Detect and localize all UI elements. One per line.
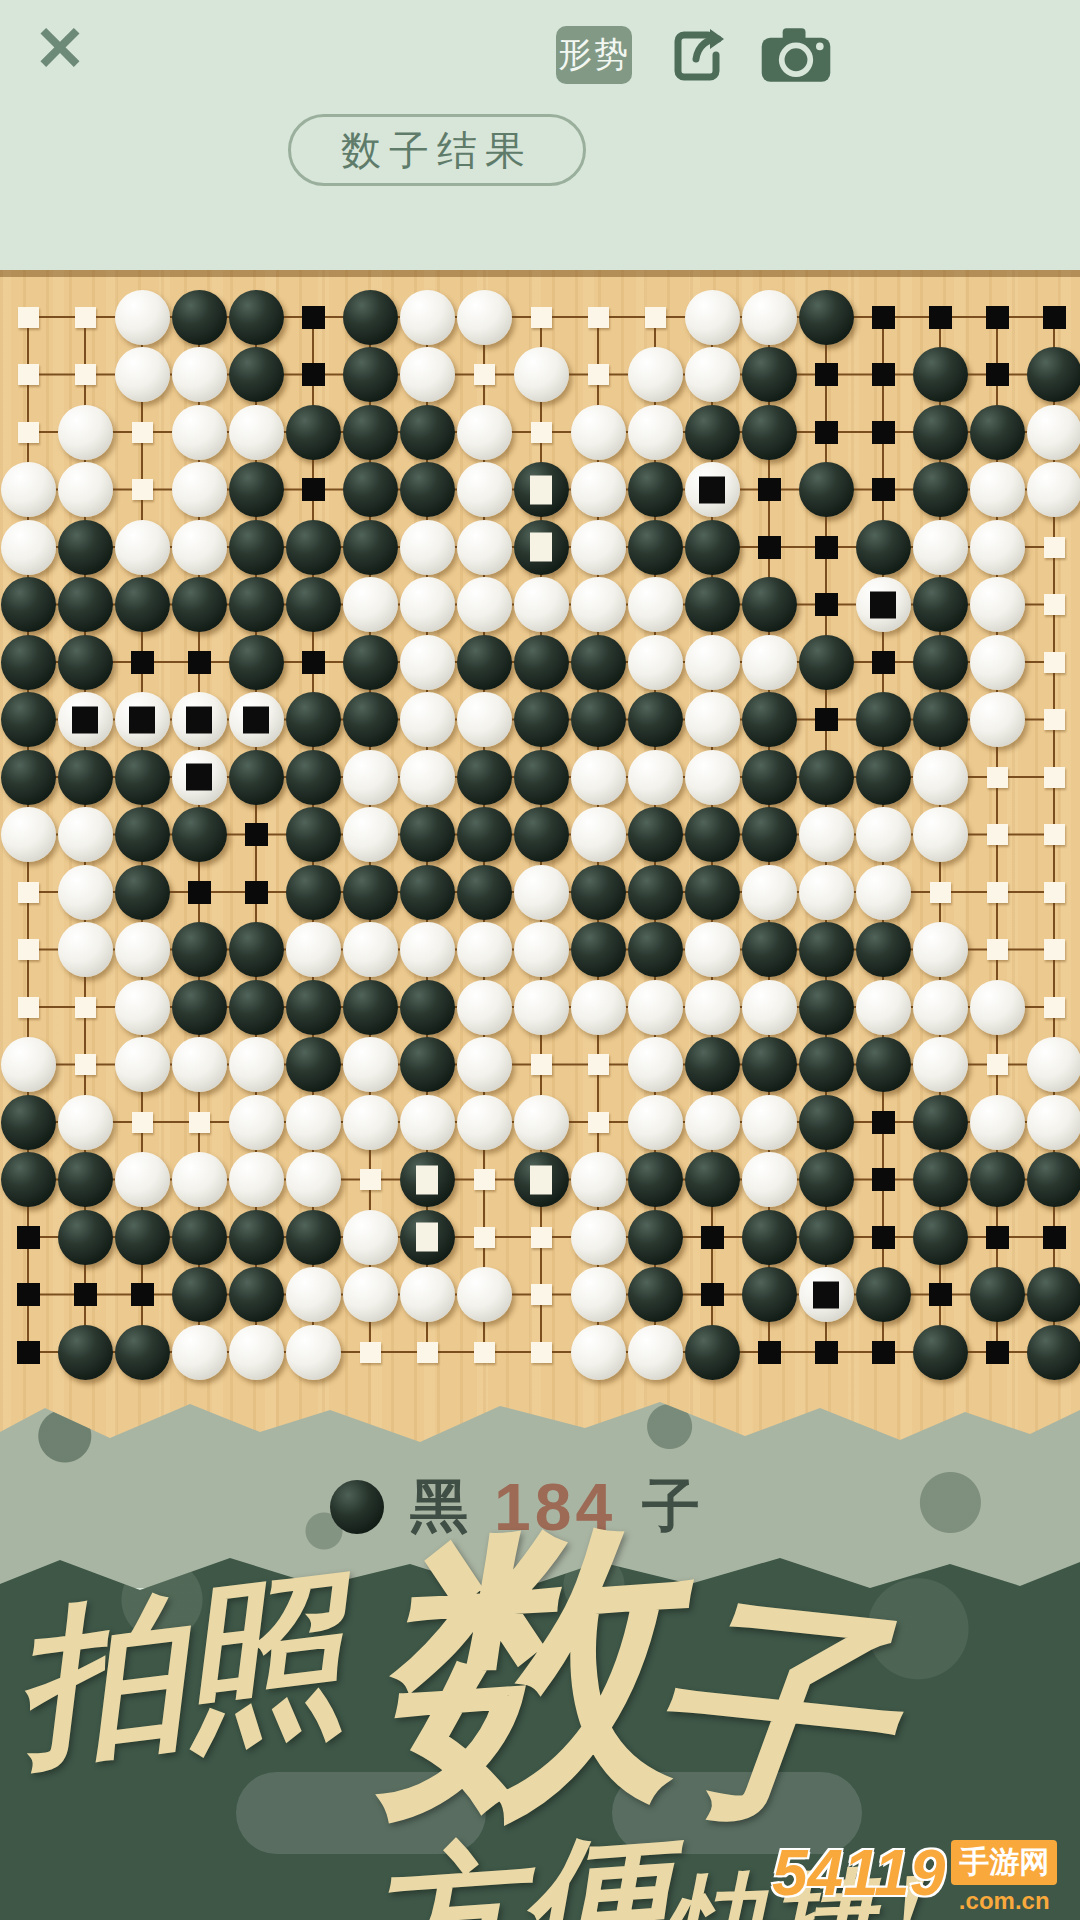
black-stone [58, 635, 113, 690]
black-stone [571, 922, 626, 977]
black-territory-marker [74, 1283, 97, 1306]
black-territory-marker [17, 1283, 40, 1306]
white-stone [58, 807, 113, 862]
white-territory-marker [987, 767, 1008, 788]
black-stone [343, 980, 398, 1035]
black-stone [343, 405, 398, 460]
white-territory-marker [588, 307, 609, 328]
black-territory-marker [131, 1283, 154, 1306]
black-stone [286, 1037, 341, 1092]
black-stone [742, 750, 797, 805]
white-stone-dead [799, 1267, 854, 1322]
camera-button[interactable] [756, 20, 836, 90]
white-stone [286, 1267, 341, 1322]
dead-stone-marker [699, 476, 725, 503]
black-territory-marker [815, 421, 838, 444]
black-territory-marker [986, 1226, 1009, 1249]
black-stone [913, 1152, 968, 1207]
black-stone [685, 807, 740, 862]
white-territory-marker [930, 882, 951, 903]
white-stone [1027, 1095, 1080, 1150]
white-stone [856, 980, 911, 1035]
go-board[interactable] [0, 270, 1080, 1560]
white-stone [742, 980, 797, 1035]
white-territory-marker [1044, 594, 1065, 615]
white-stone [229, 1325, 284, 1380]
white-stone [571, 520, 626, 575]
black-territory-marker [17, 1341, 40, 1364]
white-stone-dead [856, 577, 911, 632]
white-stone [571, 1210, 626, 1265]
site-watermark: 54119 手游网 .com.cn [772, 1836, 1057, 1915]
black-stone [286, 520, 341, 575]
white-stone [115, 520, 170, 575]
white-stone [628, 577, 683, 632]
black-territory-marker [986, 1341, 1009, 1364]
white-stone [400, 922, 455, 977]
white-stone [286, 1325, 341, 1380]
white-stone [457, 577, 512, 632]
white-stone [856, 807, 911, 862]
black-stone [628, 922, 683, 977]
black-stone [58, 577, 113, 632]
white-territory-marker [360, 1342, 381, 1363]
white-stone [343, 1095, 398, 1150]
black-stone [229, 922, 284, 977]
dead-stone-marker [530, 1165, 552, 1194]
white-territory-marker [1044, 997, 1065, 1018]
white-territory-marker [1044, 709, 1065, 730]
white-territory-marker [1044, 537, 1065, 558]
black-stone [286, 405, 341, 460]
black-stone [172, 1267, 227, 1322]
black-stone [856, 1267, 911, 1322]
black-territory-marker [758, 536, 781, 559]
situation-button[interactable]: 形势 [556, 26, 632, 84]
black-stone [115, 807, 170, 862]
dead-stone-marker [870, 591, 896, 618]
black-stone [913, 1210, 968, 1265]
white-territory-marker [1044, 882, 1065, 903]
black-stone [913, 577, 968, 632]
black-territory-marker [701, 1226, 724, 1249]
black-stone-dead [514, 462, 569, 517]
white-stone [457, 1095, 512, 1150]
black-stone-dead [514, 520, 569, 575]
black-stone [514, 807, 569, 862]
white-stone [400, 290, 455, 345]
white-territory-marker [531, 1054, 552, 1075]
black-stone [115, 577, 170, 632]
black-stone [628, 692, 683, 747]
white-stone [514, 980, 569, 1035]
white-stone [685, 922, 740, 977]
black-territory-marker [872, 1168, 895, 1191]
dead-stone-marker [416, 1223, 438, 1252]
black-stone [628, 865, 683, 920]
white-stone [685, 980, 740, 1035]
black-stone [1027, 1325, 1080, 1380]
white-territory-marker [588, 364, 609, 385]
black-stone [172, 807, 227, 862]
white-stone [970, 520, 1025, 575]
white-stone [1027, 1037, 1080, 1092]
black-territory-marker [701, 1283, 724, 1306]
white-territory-marker [474, 1342, 495, 1363]
black-stone [172, 577, 227, 632]
white-territory-marker [1044, 939, 1065, 960]
black-stone [343, 290, 398, 345]
black-stone [628, 462, 683, 517]
black-territory-marker [815, 363, 838, 386]
white-stone [400, 692, 455, 747]
black-territory-marker [872, 478, 895, 501]
white-stone [628, 1325, 683, 1380]
white-territory-marker [75, 364, 96, 385]
black-stone [115, 750, 170, 805]
black-stone [343, 865, 398, 920]
black-stone [286, 980, 341, 1035]
black-stone [400, 462, 455, 517]
white-stone [628, 980, 683, 1035]
dead-stone-marker [186, 706, 212, 733]
white-stone [172, 1152, 227, 1207]
white-stone [115, 1152, 170, 1207]
white-stone [58, 922, 113, 977]
white-stone [571, 1325, 626, 1380]
white-territory-marker [474, 364, 495, 385]
white-stone [571, 1267, 626, 1322]
black-stone [286, 865, 341, 920]
black-stone [742, 405, 797, 460]
black-stone [628, 1152, 683, 1207]
white-stone [856, 865, 911, 920]
white-territory-marker [588, 1112, 609, 1133]
black-stone [970, 1152, 1025, 1207]
black-stone [856, 520, 911, 575]
black-territory-marker [1043, 1226, 1066, 1249]
black-territory-marker [302, 306, 325, 329]
white-territory-marker [1044, 652, 1065, 673]
black-stone [742, 577, 797, 632]
close-icon[interactable]: ✕ [34, 18, 86, 80]
black-stone [343, 462, 398, 517]
white-territory-marker [18, 882, 39, 903]
black-stone [229, 520, 284, 575]
black-stone [970, 405, 1025, 460]
black-territory-marker [986, 363, 1009, 386]
white-stone [514, 577, 569, 632]
black-stone [115, 1325, 170, 1380]
white-stone [970, 462, 1025, 517]
black-stone [286, 692, 341, 747]
black-stone [400, 807, 455, 862]
white-stone [115, 922, 170, 977]
white-territory-marker [18, 939, 39, 960]
white-stone [628, 1095, 683, 1150]
white-stone [514, 347, 569, 402]
black-stone [1027, 1267, 1080, 1322]
white-territory-marker [18, 307, 39, 328]
white-stone [571, 1152, 626, 1207]
black-stone [172, 922, 227, 977]
black-stone [799, 290, 854, 345]
white-territory-marker [987, 824, 1008, 845]
black-territory-marker [872, 1226, 895, 1249]
black-stone [1, 1152, 56, 1207]
white-stone [970, 980, 1025, 1035]
black-stone [1, 577, 56, 632]
white-stone [913, 807, 968, 862]
black-territory-marker [302, 363, 325, 386]
dead-stone-marker [813, 1281, 839, 1308]
white-stone [1, 462, 56, 517]
black-stone [343, 692, 398, 747]
white-territory-marker [132, 479, 153, 500]
white-stone [172, 520, 227, 575]
black-territory-marker [929, 1283, 952, 1306]
black-stone [457, 807, 512, 862]
white-territory-marker [132, 422, 153, 443]
black-stone [685, 520, 740, 575]
black-stone [742, 807, 797, 862]
watermark-domain: .com.cn [951, 1887, 1057, 1915]
white-stone [457, 405, 512, 460]
dead-stone-marker [243, 706, 269, 733]
white-stone [628, 405, 683, 460]
black-stone [343, 520, 398, 575]
app-screen: ✕ 形势 数子结果 黑 184 子 [0, 0, 1080, 1920]
white-stone [400, 635, 455, 690]
black-stone [856, 692, 911, 747]
black-territory-marker [815, 708, 838, 731]
white-stone [970, 692, 1025, 747]
white-stone [229, 1095, 284, 1150]
black-stone [970, 1267, 1025, 1322]
white-stone [913, 980, 968, 1035]
white-stone [799, 865, 854, 920]
black-stone [115, 1210, 170, 1265]
white-stone [343, 1210, 398, 1265]
black-territory-marker [245, 823, 268, 846]
black-stone [913, 1095, 968, 1150]
white-territory-marker [1044, 824, 1065, 845]
white-stone [628, 750, 683, 805]
white-stone [970, 1095, 1025, 1150]
white-stone [913, 1037, 968, 1092]
black-stone [799, 635, 854, 690]
white-stone [685, 290, 740, 345]
black-territory-marker [815, 593, 838, 616]
black-territory-marker [872, 363, 895, 386]
white-stone [400, 1095, 455, 1150]
white-stone-dead [115, 692, 170, 747]
black-stone [1, 750, 56, 805]
black-stone [685, 1152, 740, 1207]
black-stone [229, 1210, 284, 1265]
white-stone [457, 520, 512, 575]
black-stone [172, 1210, 227, 1265]
black-stone [400, 865, 455, 920]
black-stone [229, 347, 284, 402]
white-stone-dead [58, 692, 113, 747]
white-territory-marker [18, 997, 39, 1018]
black-stone [286, 750, 341, 805]
black-stone [1, 1095, 56, 1150]
white-territory-marker [474, 1227, 495, 1248]
white-territory-marker [987, 1054, 1008, 1075]
black-territory-marker [131, 651, 154, 674]
black-territory-marker [872, 651, 895, 674]
white-stone [286, 1095, 341, 1150]
black-stone [799, 1095, 854, 1150]
black-stone [229, 750, 284, 805]
white-stone [799, 807, 854, 862]
black-stone [685, 405, 740, 460]
white-territory-marker [531, 422, 552, 443]
white-stone [685, 347, 740, 402]
black-stone [913, 347, 968, 402]
white-stone [457, 290, 512, 345]
white-stone [514, 865, 569, 920]
black-territory-marker [188, 881, 211, 904]
white-stone [457, 980, 512, 1035]
black-stone-dead [400, 1152, 455, 1207]
white-stone [1027, 462, 1080, 517]
white-stone [58, 405, 113, 460]
black-stone [58, 1152, 113, 1207]
dead-stone-marker [416, 1165, 438, 1194]
white-stone [115, 290, 170, 345]
white-territory-marker [18, 364, 39, 385]
black-stone [742, 1037, 797, 1092]
share-icon [664, 19, 736, 91]
black-stone [172, 290, 227, 345]
black-stone [58, 1210, 113, 1265]
white-stone [457, 1037, 512, 1092]
white-stone [172, 462, 227, 517]
white-stone [115, 980, 170, 1035]
black-territory-marker [302, 651, 325, 674]
black-stone [343, 635, 398, 690]
black-stone [1027, 347, 1080, 402]
white-stone [970, 577, 1025, 632]
white-stone [229, 1037, 284, 1092]
white-stone [343, 577, 398, 632]
black-stone [571, 692, 626, 747]
black-stone [400, 1037, 455, 1092]
white-stone [742, 635, 797, 690]
black-stone [742, 922, 797, 977]
black-stone [286, 577, 341, 632]
white-territory-marker [189, 1112, 210, 1133]
black-stone [628, 520, 683, 575]
dead-stone-marker [129, 706, 155, 733]
black-territory-marker [872, 421, 895, 444]
watermark-site: 手游网 [951, 1840, 1057, 1885]
black-stone [115, 865, 170, 920]
white-stone [1, 807, 56, 862]
white-stone [628, 347, 683, 402]
black-territory-marker [758, 478, 781, 501]
black-stone [856, 1037, 911, 1092]
white-territory-marker [75, 307, 96, 328]
white-stone [742, 1152, 797, 1207]
black-stone [172, 980, 227, 1035]
dead-stone-marker [72, 706, 98, 733]
black-stone [685, 865, 740, 920]
black-stone [1027, 1152, 1080, 1207]
black-stone [913, 462, 968, 517]
white-stone [571, 577, 626, 632]
black-stone [856, 750, 911, 805]
promo-text-paizhao: 拍照 [5, 1567, 347, 1773]
black-territory-marker [872, 1111, 895, 1134]
black-stone [628, 1267, 683, 1322]
black-stone [742, 1267, 797, 1322]
black-territory-marker [872, 306, 895, 329]
white-stone [457, 1267, 512, 1322]
black-stone [799, 980, 854, 1035]
white-stone [685, 750, 740, 805]
white-stone [571, 750, 626, 805]
white-territory-marker [588, 1054, 609, 1075]
black-stone [514, 692, 569, 747]
white-stone [343, 750, 398, 805]
white-territory-marker [417, 1342, 438, 1363]
camera-icon [756, 19, 836, 91]
black-stone [1, 635, 56, 690]
black-stone [58, 750, 113, 805]
white-stone [913, 520, 968, 575]
white-stone [400, 750, 455, 805]
black-stone [856, 922, 911, 977]
black-stone [685, 1037, 740, 1092]
black-stone [628, 1210, 683, 1265]
black-stone [1, 692, 56, 747]
black-stone [742, 347, 797, 402]
white-territory-marker [645, 307, 666, 328]
black-stone [913, 692, 968, 747]
dead-stone-marker [530, 475, 552, 504]
white-stone [685, 692, 740, 747]
black-stone [514, 635, 569, 690]
black-stone [571, 635, 626, 690]
white-territory-marker [75, 1054, 96, 1075]
black-territory-marker [302, 478, 325, 501]
white-stone [229, 405, 284, 460]
black-stone [685, 1325, 740, 1380]
black-stone [799, 1037, 854, 1092]
white-stone [742, 865, 797, 920]
dead-stone-marker [530, 533, 552, 562]
white-stone-dead [685, 462, 740, 517]
black-stone [229, 290, 284, 345]
white-stone [115, 347, 170, 402]
white-stone [172, 1325, 227, 1380]
promo-text-fangbian: 方便 [363, 1826, 673, 1920]
share-button[interactable] [660, 20, 740, 90]
black-stone [229, 980, 284, 1035]
white-stone [286, 922, 341, 977]
white-territory-marker [987, 882, 1008, 903]
black-stone [229, 635, 284, 690]
count-result-pill[interactable]: 数子结果 [288, 114, 586, 186]
white-territory-marker [531, 1284, 552, 1305]
white-stone [343, 922, 398, 977]
white-stone [115, 1037, 170, 1092]
white-stone [172, 1037, 227, 1092]
